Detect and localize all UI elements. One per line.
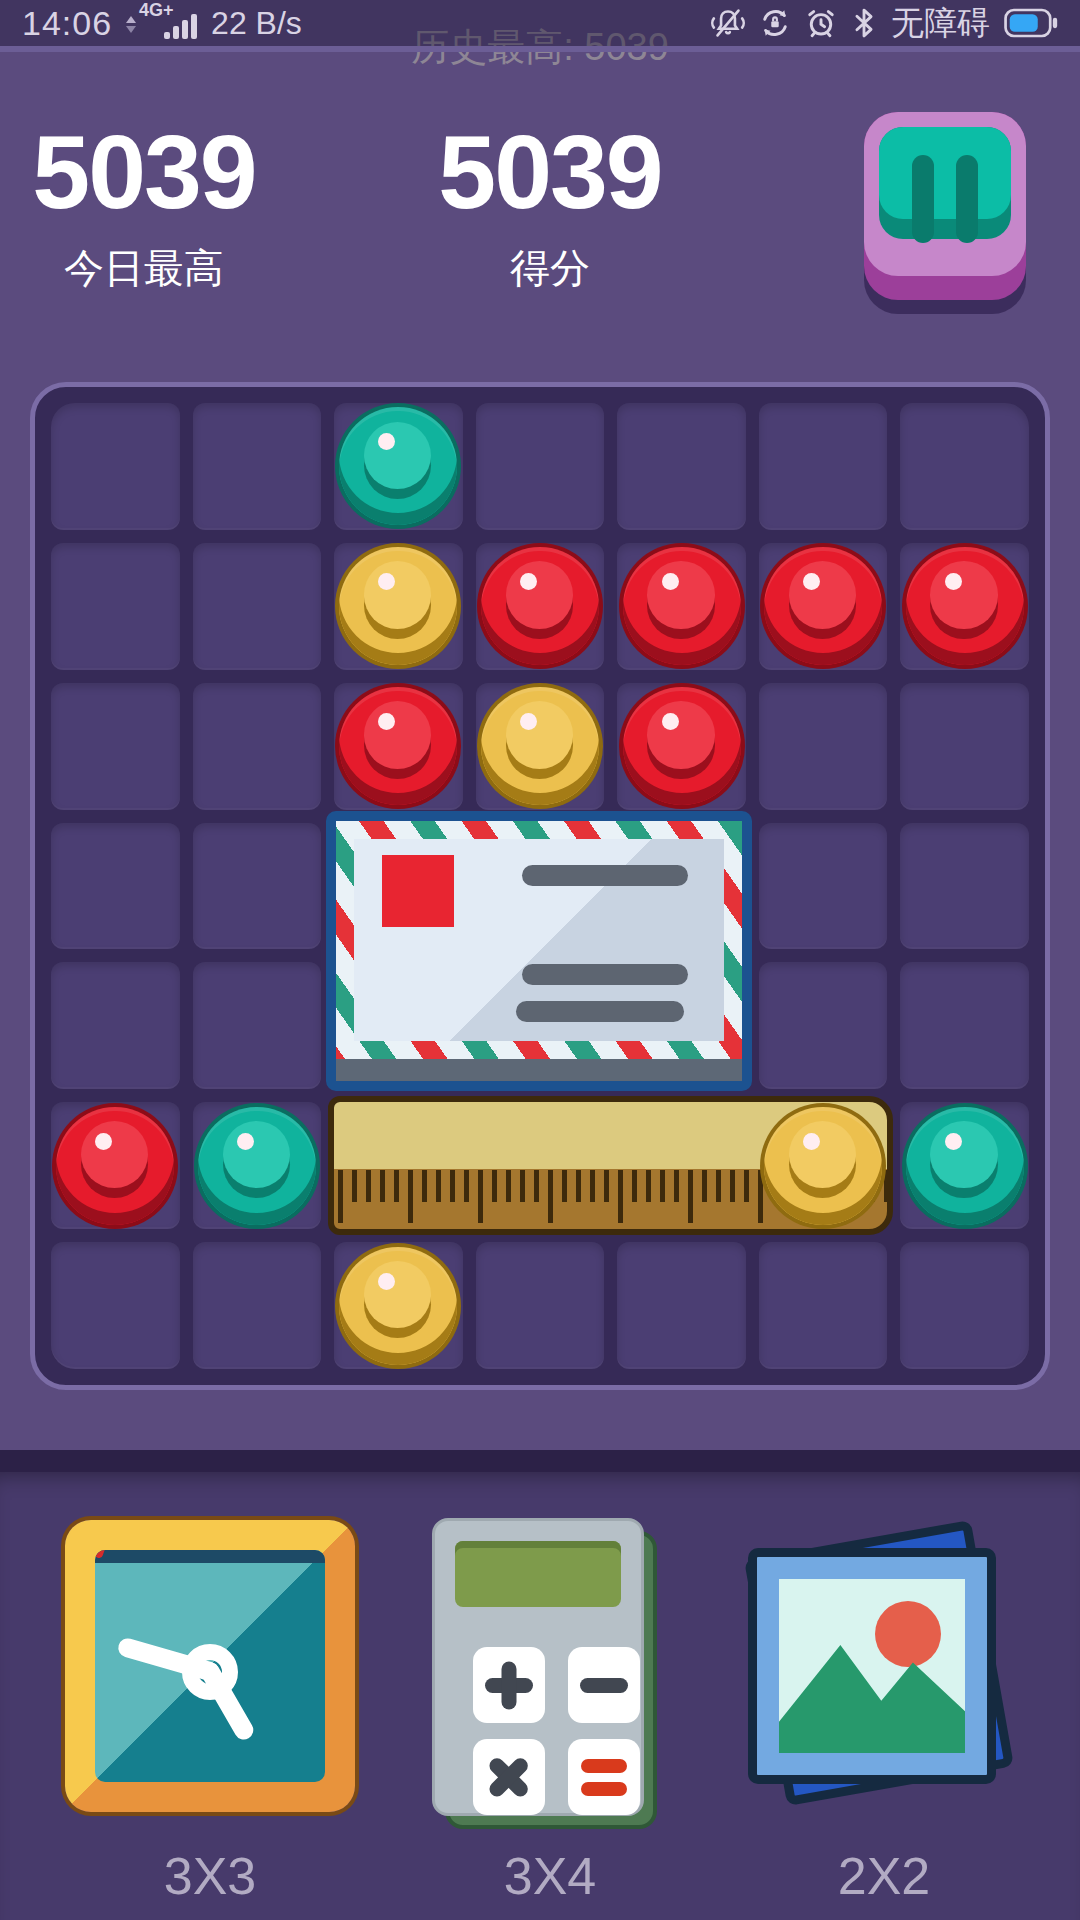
battery-icon bbox=[1004, 6, 1058, 40]
red-peg bbox=[623, 547, 741, 665]
peg-highlight bbox=[945, 1133, 962, 1150]
board-cell[interactable] bbox=[759, 1242, 888, 1369]
piece-size-label: 2X2 bbox=[756, 1846, 1012, 1906]
teal-peg bbox=[198, 1107, 316, 1225]
yellow-peg bbox=[481, 687, 599, 805]
yellow-peg bbox=[764, 1107, 882, 1225]
peg-highlight bbox=[378, 573, 395, 590]
teal-peg bbox=[339, 407, 457, 525]
board-cell[interactable] bbox=[900, 962, 1029, 1089]
calculator-body bbox=[432, 1518, 644, 1816]
game-screen: 历史最高: 5039 14:06 4G+ 22 B/s bbox=[0, 0, 1080, 1920]
data-activity-icon bbox=[126, 16, 136, 33]
board-cell[interactable] bbox=[900, 683, 1029, 810]
board-grid bbox=[51, 403, 1029, 1369]
red-peg bbox=[481, 547, 599, 665]
peg-highlight bbox=[95, 1133, 112, 1150]
peg-highlight bbox=[378, 433, 395, 450]
sun-icon bbox=[875, 1601, 941, 1667]
mountains-icon bbox=[779, 1579, 965, 1753]
today-best-label: 今日最高 bbox=[28, 241, 260, 296]
clock-face bbox=[95, 1550, 325, 1782]
peg-highlight bbox=[662, 573, 679, 590]
stamp bbox=[382, 855, 454, 927]
board-cell[interactable] bbox=[476, 1242, 605, 1369]
signal-bars-icon bbox=[164, 14, 197, 39]
red-peg bbox=[339, 687, 457, 805]
status-left: 14:06 4G+ 22 B/s bbox=[22, 3, 302, 43]
board-cell[interactable] bbox=[51, 962, 180, 1089]
today-best-block: 5039 今日最高 bbox=[28, 118, 260, 296]
tray-piece-calculator[interactable] bbox=[432, 1518, 644, 1816]
board-cell[interactable] bbox=[193, 683, 322, 810]
board-cell[interactable] bbox=[617, 1242, 746, 1369]
photo-front bbox=[748, 1548, 996, 1784]
peg-highlight bbox=[237, 1133, 254, 1150]
board-cell[interactable] bbox=[900, 403, 1029, 530]
clock-face-top-edge bbox=[95, 1550, 325, 1563]
plus-button-icon bbox=[473, 1647, 545, 1723]
board-cell[interactable] bbox=[759, 683, 888, 810]
clock-center-ring bbox=[182, 1644, 238, 1700]
photo-image bbox=[779, 1579, 965, 1753]
pause-icon bbox=[879, 127, 1011, 219]
yellow-peg bbox=[339, 1247, 457, 1365]
board-cell[interactable] bbox=[759, 823, 888, 950]
red-peg bbox=[906, 547, 1024, 665]
board-cell[interactable] bbox=[51, 1242, 180, 1369]
game-board bbox=[30, 382, 1050, 1390]
red-peg bbox=[56, 1107, 174, 1225]
board-cell[interactable] bbox=[617, 403, 746, 530]
calculator-screen bbox=[455, 1541, 621, 1607]
score-value: 5039 bbox=[428, 118, 672, 227]
board-cell[interactable] bbox=[759, 403, 888, 530]
peg-highlight bbox=[803, 1133, 820, 1150]
pause-bar bbox=[956, 155, 978, 243]
board-cell[interactable] bbox=[51, 683, 180, 810]
vibrate-icon bbox=[711, 7, 745, 39]
board-cell[interactable] bbox=[51, 823, 180, 950]
peg-highlight bbox=[945, 573, 962, 590]
piece-size-label: 3X3 bbox=[65, 1846, 355, 1906]
today-best-value: 5039 bbox=[28, 118, 260, 227]
teal-peg bbox=[906, 1107, 1024, 1225]
alarm-icon bbox=[805, 7, 837, 39]
board-cell[interactable] bbox=[193, 543, 322, 670]
bluetooth-icon bbox=[851, 6, 877, 40]
clock-time: 14:06 bbox=[22, 4, 112, 43]
board-cell[interactable] bbox=[51, 403, 180, 530]
board-cell[interactable] bbox=[193, 403, 322, 530]
red-peg bbox=[623, 687, 741, 805]
piece-size-label: 3X4 bbox=[430, 1846, 670, 1906]
board-cell[interactable] bbox=[193, 962, 322, 1089]
pause-bar bbox=[912, 155, 934, 243]
equals-button-icon bbox=[568, 1739, 640, 1815]
status-bar: 14:06 4G+ 22 B/s bbox=[0, 0, 1080, 52]
peg-highlight bbox=[520, 573, 537, 590]
board-cell[interactable] bbox=[759, 962, 888, 1089]
pause-button-face bbox=[879, 127, 1011, 239]
board-cell[interactable] bbox=[193, 823, 322, 950]
pause-button[interactable] bbox=[864, 112, 1026, 300]
envelope-bottom-strip bbox=[336, 1059, 742, 1081]
peg-highlight bbox=[662, 713, 679, 730]
envelope-frame bbox=[326, 811, 752, 1092]
red-peg bbox=[764, 547, 882, 665]
minus-button-icon bbox=[568, 1647, 640, 1723]
board-cell[interactable] bbox=[476, 403, 605, 530]
yellow-peg bbox=[339, 547, 457, 665]
address-line bbox=[522, 865, 688, 886]
pause-button-rim bbox=[864, 112, 1026, 276]
address-line bbox=[522, 964, 688, 985]
multiply-button-icon bbox=[473, 1739, 545, 1815]
board-cell[interactable] bbox=[193, 1242, 322, 1369]
network-speed: 22 B/s bbox=[211, 5, 302, 42]
board-cell[interactable] bbox=[900, 1242, 1029, 1369]
envelope-piece bbox=[326, 811, 752, 1092]
separator-band bbox=[0, 1450, 1080, 1472]
score-label: 得分 bbox=[428, 241, 672, 296]
peg-highlight bbox=[378, 1273, 395, 1290]
rotation-lock-icon bbox=[759, 7, 791, 39]
tray-piece-clock[interactable] bbox=[65, 1520, 355, 1812]
tray-piece-picture[interactable] bbox=[742, 1532, 998, 1804]
board-cell[interactable] bbox=[51, 543, 180, 670]
status-right: 无障碍 bbox=[711, 1, 1058, 46]
signal-indicator: 4G+ bbox=[126, 3, 197, 43]
address-line bbox=[516, 1001, 684, 1022]
board-cell[interactable] bbox=[900, 823, 1029, 950]
accessibility-label: 无障碍 bbox=[891, 1, 990, 46]
score-block: 5039 得分 bbox=[428, 118, 672, 296]
peg-highlight bbox=[520, 713, 537, 730]
peg-highlight bbox=[378, 713, 395, 730]
peg-highlight bbox=[803, 573, 820, 590]
